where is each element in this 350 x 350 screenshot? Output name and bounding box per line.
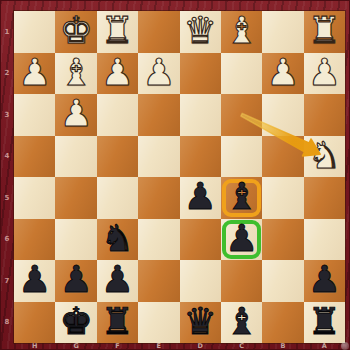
square-e3[interactable] — [138, 94, 179, 136]
square-f2[interactable]: ♟ — [97, 53, 138, 95]
square-c8[interactable]: ♝ — [221, 302, 262, 344]
square-d7[interactable] — [180, 260, 221, 302]
square-g5[interactable] — [55, 177, 96, 219]
piece-black-bishop[interactable]: ♝ — [225, 176, 258, 217]
corner-dot — [341, 342, 349, 350]
square-c1[interactable]: ♝ — [221, 11, 262, 53]
square-d1[interactable]: ♛ — [180, 11, 221, 53]
piece-white-king[interactable]: ♚ — [59, 10, 92, 51]
square-e1[interactable] — [138, 11, 179, 53]
square-g7[interactable]: ♟ — [55, 260, 96, 302]
square-d8[interactable]: ♛ — [180, 302, 221, 344]
rank-labels: 12345678 — [0, 11, 14, 343]
square-h5[interactable] — [14, 177, 55, 219]
chess-board-window: ♚♜♛♝♜♟♝♟♟♟♟♟♞♟♝♞♟♟♟♟♟♚♜♛♝♜ 12345678 HGFE… — [0, 0, 350, 350]
piece-white-pawn[interactable]: ♟ — [142, 52, 175, 93]
square-d3[interactable] — [180, 94, 221, 136]
file-label: C — [221, 343, 262, 350]
square-g2[interactable]: ♝ — [55, 53, 96, 95]
square-b8[interactable] — [262, 302, 303, 344]
square-f8[interactable]: ♜ — [97, 302, 138, 344]
square-e6[interactable] — [138, 219, 179, 261]
square-a2[interactable]: ♟ — [304, 53, 345, 95]
rank-label: 5 — [0, 177, 14, 219]
square-f5[interactable] — [97, 177, 138, 219]
square-h3[interactable] — [14, 94, 55, 136]
square-c6[interactable]: ♟ — [221, 219, 262, 261]
file-label: H — [14, 343, 55, 350]
square-e4[interactable] — [138, 136, 179, 178]
piece-white-rook[interactable]: ♜ — [101, 10, 134, 51]
square-f1[interactable]: ♜ — [97, 11, 138, 53]
piece-black-pawn[interactable]: ♟ — [308, 259, 341, 300]
piece-black-pawn[interactable]: ♟ — [59, 259, 92, 300]
rank-label: 2 — [0, 53, 14, 95]
square-e2[interactable]: ♟ — [138, 53, 179, 95]
square-e5[interactable] — [138, 177, 179, 219]
square-a8[interactable]: ♜ — [304, 302, 345, 344]
square-b7[interactable] — [262, 260, 303, 302]
file-label: E — [138, 343, 179, 350]
square-a3[interactable] — [304, 94, 345, 136]
piece-white-bishop[interactable]: ♝ — [225, 10, 258, 51]
square-g3[interactable]: ♟ — [55, 94, 96, 136]
piece-black-rook[interactable]: ♜ — [308, 301, 341, 342]
square-a7[interactable]: ♟ — [304, 260, 345, 302]
square-d5[interactable]: ♟ — [180, 177, 221, 219]
piece-black-pawn[interactable]: ♟ — [101, 259, 134, 300]
square-h7[interactable]: ♟ — [14, 260, 55, 302]
square-c4[interactable] — [221, 136, 262, 178]
square-d4[interactable] — [180, 136, 221, 178]
file-label: B — [262, 343, 303, 350]
square-g6[interactable] — [55, 219, 96, 261]
square-b2[interactable]: ♟ — [262, 53, 303, 95]
square-f7[interactable]: ♟ — [97, 260, 138, 302]
piece-white-pawn[interactable]: ♟ — [18, 52, 51, 93]
square-e8[interactable] — [138, 302, 179, 344]
piece-black-rook[interactable]: ♜ — [101, 301, 134, 342]
square-b6[interactable] — [262, 219, 303, 261]
square-g4[interactable] — [55, 136, 96, 178]
square-h8[interactable] — [14, 302, 55, 344]
square-g1[interactable]: ♚ — [55, 11, 96, 53]
square-h4[interactable] — [14, 136, 55, 178]
square-f4[interactable] — [97, 136, 138, 178]
piece-white-pawn[interactable]: ♟ — [59, 93, 92, 134]
square-f3[interactable] — [97, 94, 138, 136]
piece-black-pawn[interactable]: ♟ — [184, 176, 217, 217]
piece-black-knight[interactable]: ♞ — [101, 218, 134, 259]
square-c2[interactable] — [221, 53, 262, 95]
piece-white-pawn[interactable]: ♟ — [308, 52, 341, 93]
square-c3[interactable] — [221, 94, 262, 136]
rank-label: 6 — [0, 219, 14, 261]
square-c7[interactable] — [221, 260, 262, 302]
square-b1[interactable] — [262, 11, 303, 53]
square-a6[interactable] — [304, 219, 345, 261]
square-b3[interactable] — [262, 94, 303, 136]
piece-white-queen[interactable]: ♛ — [184, 10, 217, 51]
piece-black-queen[interactable]: ♛ — [184, 301, 217, 342]
square-f6[interactable]: ♞ — [97, 219, 138, 261]
piece-white-bishop[interactable]: ♝ — [59, 52, 92, 93]
square-a4[interactable]: ♞ — [304, 136, 345, 178]
rank-label: 3 — [0, 94, 14, 136]
square-a5[interactable] — [304, 177, 345, 219]
piece-black-pawn[interactable]: ♟ — [225, 218, 258, 259]
square-c5[interactable]: ♝ — [221, 177, 262, 219]
square-d2[interactable] — [180, 53, 221, 95]
square-e7[interactable] — [138, 260, 179, 302]
square-h6[interactable] — [14, 219, 55, 261]
piece-white-rook[interactable]: ♜ — [308, 10, 341, 51]
file-labels: HGFEDCBA — [14, 343, 345, 350]
piece-white-knight[interactable]: ♞ — [308, 135, 341, 176]
rank-label: 8 — [0, 302, 14, 344]
piece-white-pawn[interactable]: ♟ — [266, 52, 299, 93]
piece-black-king[interactable]: ♚ — [59, 301, 92, 342]
square-b5[interactable] — [262, 177, 303, 219]
piece-black-pawn[interactable]: ♟ — [18, 259, 51, 300]
square-h1[interactable] — [14, 11, 55, 53]
square-h2[interactable]: ♟ — [14, 53, 55, 95]
file-label: D — [180, 343, 221, 350]
chess-board[interactable]: ♚♜♛♝♜♟♝♟♟♟♟♟♞♟♝♞♟♟♟♟♟♚♜♛♝♜ — [14, 11, 345, 343]
file-label: A — [304, 343, 345, 350]
square-d6[interactable] — [180, 219, 221, 261]
piece-black-bishop[interactable]: ♝ — [225, 301, 258, 342]
file-label: G — [55, 343, 96, 350]
file-label: F — [97, 343, 138, 350]
rank-label: 4 — [0, 136, 14, 178]
rank-label: 1 — [0, 11, 14, 53]
rank-label: 7 — [0, 260, 14, 302]
square-g8[interactable]: ♚ — [55, 302, 96, 344]
square-a1[interactable]: ♜ — [304, 11, 345, 53]
piece-white-pawn[interactable]: ♟ — [101, 52, 134, 93]
square-b4[interactable] — [262, 136, 303, 178]
